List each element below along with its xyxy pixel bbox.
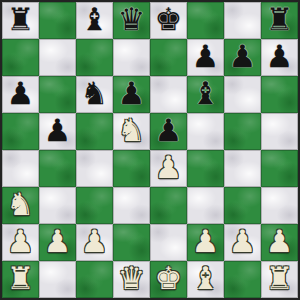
piece-black-pawn[interactable]: ♟ bbox=[187, 39, 224, 76]
piece-white-rook[interactable]: ♜ bbox=[261, 261, 298, 298]
square-d3[interactable] bbox=[113, 187, 150, 224]
piece-black-bishop[interactable]: ♝ bbox=[187, 76, 224, 113]
square-c6[interactable]: ♞ bbox=[76, 76, 113, 113]
square-c8[interactable]: ♝ bbox=[76, 2, 113, 39]
square-a7[interactable] bbox=[2, 39, 39, 76]
square-g2[interactable]: ♟ bbox=[224, 224, 261, 261]
square-a6[interactable]: ♟ bbox=[2, 76, 39, 113]
square-f8[interactable] bbox=[187, 2, 224, 39]
piece-white-bishop[interactable]: ♝ bbox=[187, 261, 224, 298]
square-a2[interactable]: ♟ bbox=[2, 224, 39, 261]
piece-white-pawn[interactable]: ♟ bbox=[39, 224, 76, 261]
piece-black-pawn[interactable]: ♟ bbox=[2, 76, 39, 113]
piece-black-pawn[interactable]: ♟ bbox=[39, 113, 76, 150]
piece-black-rook[interactable]: ♜ bbox=[261, 2, 298, 39]
square-g5[interactable] bbox=[224, 113, 261, 150]
piece-black-rook[interactable]: ♜ bbox=[2, 2, 39, 39]
square-e8[interactable]: ♚ bbox=[150, 2, 187, 39]
square-e3[interactable] bbox=[150, 187, 187, 224]
square-b6[interactable] bbox=[39, 76, 76, 113]
square-f6[interactable]: ♝ bbox=[187, 76, 224, 113]
square-c7[interactable] bbox=[76, 39, 113, 76]
square-f1[interactable]: ♝ bbox=[187, 261, 224, 298]
square-h1[interactable]: ♜ bbox=[261, 261, 298, 298]
square-a3[interactable]: ♞ bbox=[2, 187, 39, 224]
square-d8[interactable]: ♛ bbox=[113, 2, 150, 39]
piece-white-queen[interactable]: ♛ bbox=[113, 261, 150, 298]
square-a1[interactable]: ♜ bbox=[2, 261, 39, 298]
square-f5[interactable] bbox=[187, 113, 224, 150]
square-b1[interactable] bbox=[39, 261, 76, 298]
piece-white-pawn[interactable]: ♟ bbox=[2, 224, 39, 261]
square-g1[interactable] bbox=[224, 261, 261, 298]
square-b3[interactable] bbox=[39, 187, 76, 224]
square-g6[interactable] bbox=[224, 76, 261, 113]
square-b7[interactable] bbox=[39, 39, 76, 76]
square-g8[interactable] bbox=[224, 2, 261, 39]
square-h6[interactable] bbox=[261, 76, 298, 113]
square-f2[interactable]: ♟ bbox=[187, 224, 224, 261]
piece-white-pawn[interactable]: ♟ bbox=[261, 224, 298, 261]
square-a4[interactable] bbox=[2, 150, 39, 187]
square-d6[interactable]: ♟ bbox=[113, 76, 150, 113]
square-b4[interactable] bbox=[39, 150, 76, 187]
square-a8[interactable]: ♜ bbox=[2, 2, 39, 39]
square-e7[interactable] bbox=[150, 39, 187, 76]
square-e4[interactable]: ♟ bbox=[150, 150, 187, 187]
square-h7[interactable]: ♟ bbox=[261, 39, 298, 76]
square-h5[interactable] bbox=[261, 113, 298, 150]
square-d2[interactable] bbox=[113, 224, 150, 261]
piece-black-knight[interactable]: ♞ bbox=[76, 76, 113, 113]
piece-white-pawn[interactable]: ♟ bbox=[224, 224, 261, 261]
square-c1[interactable] bbox=[76, 261, 113, 298]
square-h4[interactable] bbox=[261, 150, 298, 187]
square-f4[interactable] bbox=[187, 150, 224, 187]
piece-white-pawn[interactable]: ♟ bbox=[76, 224, 113, 261]
square-d5[interactable]: ♞ bbox=[113, 113, 150, 150]
square-d1[interactable]: ♛ bbox=[113, 261, 150, 298]
piece-white-knight[interactable]: ♞ bbox=[2, 187, 39, 224]
piece-black-pawn[interactable]: ♟ bbox=[113, 76, 150, 113]
square-g3[interactable] bbox=[224, 187, 261, 224]
piece-black-pawn[interactable]: ♟ bbox=[150, 113, 187, 150]
piece-white-rook[interactable]: ♜ bbox=[2, 261, 39, 298]
square-c5[interactable] bbox=[76, 113, 113, 150]
square-d4[interactable] bbox=[113, 150, 150, 187]
piece-black-queen[interactable]: ♛ bbox=[113, 2, 150, 39]
square-e2[interactable] bbox=[150, 224, 187, 261]
piece-white-king[interactable]: ♚ bbox=[150, 261, 187, 298]
square-b5[interactable]: ♟ bbox=[39, 113, 76, 150]
square-h3[interactable] bbox=[261, 187, 298, 224]
chess-board: ♜♝♛♚♜♟♟♟♟♞♟♝♟♞♟♟♞♟♟♟♟♟♟♜♛♚♝♜ bbox=[0, 0, 300, 300]
square-b2[interactable]: ♟ bbox=[39, 224, 76, 261]
square-h2[interactable]: ♟ bbox=[261, 224, 298, 261]
square-b8[interactable] bbox=[39, 2, 76, 39]
square-f3[interactable] bbox=[187, 187, 224, 224]
square-e6[interactable] bbox=[150, 76, 187, 113]
square-a5[interactable] bbox=[2, 113, 39, 150]
piece-white-pawn[interactable]: ♟ bbox=[150, 150, 187, 187]
square-g7[interactable]: ♟ bbox=[224, 39, 261, 76]
piece-white-pawn[interactable]: ♟ bbox=[187, 224, 224, 261]
square-c3[interactable] bbox=[76, 187, 113, 224]
square-e5[interactable]: ♟ bbox=[150, 113, 187, 150]
square-g4[interactable] bbox=[224, 150, 261, 187]
square-d7[interactable] bbox=[113, 39, 150, 76]
piece-black-pawn[interactable]: ♟ bbox=[261, 39, 298, 76]
square-f7[interactable]: ♟ bbox=[187, 39, 224, 76]
piece-black-king[interactable]: ♚ bbox=[150, 2, 187, 39]
square-c2[interactable]: ♟ bbox=[76, 224, 113, 261]
square-h8[interactable]: ♜ bbox=[261, 2, 298, 39]
square-e1[interactable]: ♚ bbox=[150, 261, 187, 298]
square-c4[interactable] bbox=[76, 150, 113, 187]
piece-black-pawn[interactable]: ♟ bbox=[224, 39, 261, 76]
piece-white-knight[interactable]: ♞ bbox=[113, 113, 150, 150]
piece-black-bishop[interactable]: ♝ bbox=[76, 2, 113, 39]
